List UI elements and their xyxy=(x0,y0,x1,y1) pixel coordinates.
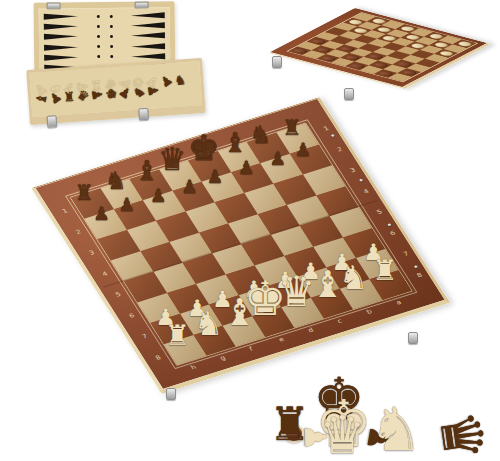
backgammon-point-row xyxy=(44,32,165,40)
point-dot-icon xyxy=(110,45,113,48)
coordinate-label: 6 xyxy=(128,312,136,318)
coordinate-label: 2 xyxy=(336,146,344,152)
point-dot-icon xyxy=(109,25,112,28)
backgammon-point-icon xyxy=(44,24,78,30)
jumbled-chess-pieces: ♙♘♗♙♖♕♙♔♙♟♞♝♟♜♛♟♚♟♞♟ xyxy=(29,61,202,117)
stored-piece: ♝ xyxy=(36,91,48,106)
coordinate-label: 5 xyxy=(114,292,122,298)
point-dot-icon xyxy=(96,15,99,18)
coordinate-label: e xyxy=(278,336,286,342)
coordinate-label: 3 xyxy=(349,167,357,173)
checker-disc-light xyxy=(456,41,473,47)
screw-icon xyxy=(414,265,419,268)
loose-piece-light-pawn-lying: ♟ xyxy=(299,423,330,451)
checkers-grid xyxy=(286,12,478,82)
coordinate-label: d xyxy=(307,327,315,333)
backgammon-point-icon xyxy=(131,23,165,29)
backgammon-point-icon xyxy=(131,12,165,18)
coordinate-label: 2 xyxy=(75,229,83,235)
backgammon-point-icon xyxy=(131,53,165,59)
backgammon-point-icon xyxy=(44,44,78,50)
backgammon-point-row xyxy=(44,12,165,20)
coordinate-label: a xyxy=(395,299,402,305)
backgammon-point-icon xyxy=(44,13,78,19)
coordinate-label: 7 xyxy=(141,333,149,339)
product-photo-chess-set: ♙♘♗♙♖♕♙♔♙♟♞♝♟♜♛♟♚♟♞♟ 12345678hgfedcba123… xyxy=(0,0,500,461)
backgammon-point-icon xyxy=(131,33,165,39)
latch-icon xyxy=(272,56,282,68)
backgammon-point-row xyxy=(44,22,165,30)
backgammon-point-row xyxy=(44,42,165,50)
point-dot-icon xyxy=(109,35,112,38)
stored-piece: ♟ xyxy=(148,83,159,98)
coordinate-label: 3 xyxy=(88,250,96,256)
latch-icon xyxy=(138,108,149,121)
point-dot-icon xyxy=(97,55,100,58)
loose-piece-dark-queen-lying: ♛ xyxy=(430,407,492,461)
coordinate-label: 8 xyxy=(415,272,423,278)
backgammon-point-icon xyxy=(131,43,165,49)
latch-icon xyxy=(47,115,58,128)
coordinate-label: 4 xyxy=(101,271,109,277)
point-dot-icon xyxy=(109,14,112,17)
coordinate-label: 5 xyxy=(376,209,384,215)
point-dot-icon xyxy=(97,45,100,48)
coordinate-label: 7 xyxy=(402,251,410,257)
point-dot-icon xyxy=(96,35,99,38)
coordinate-label: b xyxy=(366,309,374,315)
piece-storage-tray: ♙♘♗♙♖♕♙♔♙♟♞♝♟♜♛♟♚♟♞♟ xyxy=(26,58,205,125)
coordinate-label: c xyxy=(336,318,343,324)
coordinate-label: 8 xyxy=(154,354,162,360)
screw-icon xyxy=(331,134,336,137)
felt-base-icon xyxy=(284,424,304,443)
coordinate-label: 6 xyxy=(389,230,397,236)
stored-piece: ♟ xyxy=(92,87,103,102)
checkers-board xyxy=(268,8,491,89)
loose-piece-light-knight-standing: ♞ xyxy=(369,399,423,459)
chess-board: 12345678hgfedcba12345678 xyxy=(31,97,450,394)
loose-piece-dark-pawn-lying: ♟ xyxy=(363,424,394,453)
latch-icon xyxy=(344,88,354,100)
loose-piece-light-queen-standing: ♛ xyxy=(319,409,366,461)
backgammon-point-icon xyxy=(44,34,78,40)
coordinate-label: 1 xyxy=(323,125,331,131)
point-dot-icon xyxy=(96,25,99,28)
coordinate-label: f xyxy=(248,346,254,352)
backgammon-point-row xyxy=(44,53,165,61)
latch-icon xyxy=(408,332,418,344)
screw-icon xyxy=(387,223,392,226)
latch-icon xyxy=(166,388,176,400)
coordinate-label: 1 xyxy=(61,208,69,214)
point-dot-icon xyxy=(110,55,113,58)
backgammon-point-icon xyxy=(44,54,78,60)
coordinate-label: h xyxy=(190,364,198,370)
screw-icon xyxy=(359,179,364,182)
stored-piece: ♚ xyxy=(105,86,117,101)
coordinate-label: g xyxy=(219,355,227,361)
loose-piece-light-king-standing: ♚ xyxy=(315,392,372,456)
loose-piece-dark-king-standing: ♚ xyxy=(313,370,365,428)
coordinate-label: 4 xyxy=(362,188,370,194)
